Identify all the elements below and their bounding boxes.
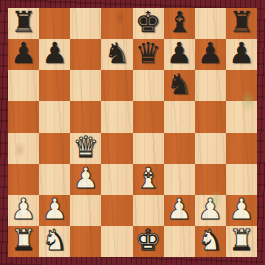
square-d6[interactable] xyxy=(101,70,132,101)
square-d1[interactable] xyxy=(101,226,132,257)
square-e3[interactable]: ♝ xyxy=(133,164,164,195)
square-f2[interactable]: ♟ xyxy=(164,195,195,226)
black-knight[interactable]: ♞ xyxy=(166,70,192,99)
square-f8[interactable]: ♝ xyxy=(164,8,195,39)
square-d5[interactable] xyxy=(101,101,132,132)
square-d2[interactable] xyxy=(101,195,132,226)
white-knight[interactable]: ♞ xyxy=(197,226,223,255)
square-g6[interactable] xyxy=(195,70,226,101)
square-b4[interactable] xyxy=(39,133,70,164)
square-g1[interactable]: ♞ xyxy=(195,226,226,257)
black-pawn[interactable]: ♟ xyxy=(166,39,192,68)
square-h1[interactable]: ♜ xyxy=(226,226,257,257)
square-h7[interactable]: ♟ xyxy=(226,39,257,70)
square-e2[interactable] xyxy=(133,195,164,226)
square-g4[interactable] xyxy=(195,133,226,164)
square-a2[interactable]: ♟ xyxy=(8,195,39,226)
square-a3[interactable] xyxy=(8,164,39,195)
square-e7[interactable]: ♛ xyxy=(133,39,164,70)
black-rook[interactable]: ♜ xyxy=(11,8,37,37)
square-a4[interactable] xyxy=(8,133,39,164)
square-d8[interactable] xyxy=(101,8,132,39)
square-h5[interactable] xyxy=(226,101,257,132)
chess-board-frame: ♜♚♝♜♟♟♞♛♟♟♟♞♛♟♝♟♟♟♟♟♜♞♚♞♜ xyxy=(0,0,265,265)
black-knight[interactable]: ♞ xyxy=(104,39,130,68)
square-d7[interactable]: ♞ xyxy=(101,39,132,70)
square-e1[interactable]: ♚ xyxy=(133,226,164,257)
black-pawn[interactable]: ♟ xyxy=(11,39,37,68)
square-e5[interactable] xyxy=(133,101,164,132)
white-knight[interactable]: ♞ xyxy=(42,226,68,255)
square-a8[interactable]: ♜ xyxy=(8,8,39,39)
square-f7[interactable]: ♟ xyxy=(164,39,195,70)
white-pawn[interactable]: ♟ xyxy=(197,195,223,224)
square-h2[interactable]: ♟ xyxy=(226,195,257,226)
white-queen[interactable]: ♛ xyxy=(73,133,99,162)
white-pawn[interactable]: ♟ xyxy=(166,195,192,224)
black-king[interactable]: ♚ xyxy=(135,8,161,37)
chess-board: ♜♚♝♜♟♟♞♛♟♟♟♞♛♟♝♟♟♟♟♟♜♞♚♞♜ xyxy=(8,8,257,257)
square-h4[interactable] xyxy=(226,133,257,164)
square-g2[interactable]: ♟ xyxy=(195,195,226,226)
white-pawn[interactable]: ♟ xyxy=(228,195,254,224)
square-c1[interactable] xyxy=(70,226,101,257)
square-b8[interactable] xyxy=(39,8,70,39)
square-b3[interactable] xyxy=(39,164,70,195)
square-f3[interactable] xyxy=(164,164,195,195)
square-g7[interactable]: ♟ xyxy=(195,39,226,70)
square-c5[interactable] xyxy=(70,101,101,132)
black-pawn[interactable]: ♟ xyxy=(228,39,254,68)
square-g3[interactable] xyxy=(195,164,226,195)
square-a7[interactable]: ♟ xyxy=(8,39,39,70)
square-c2[interactable] xyxy=(70,195,101,226)
square-c6[interactable] xyxy=(70,70,101,101)
square-a1[interactable]: ♜ xyxy=(8,226,39,257)
square-b7[interactable]: ♟ xyxy=(39,39,70,70)
white-bishop[interactable]: ♝ xyxy=(135,164,161,193)
square-e8[interactable]: ♚ xyxy=(133,8,164,39)
black-pawn[interactable]: ♟ xyxy=(42,39,68,68)
square-c7[interactable] xyxy=(70,39,101,70)
square-c4[interactable]: ♛ xyxy=(70,133,101,164)
white-pawn[interactable]: ♟ xyxy=(11,195,37,224)
square-g8[interactable] xyxy=(195,8,226,39)
black-rook[interactable]: ♜ xyxy=(228,8,254,37)
black-queen[interactable]: ♛ xyxy=(135,39,161,68)
white-king[interactable]: ♚ xyxy=(135,226,161,255)
square-f6[interactable]: ♞ xyxy=(164,70,195,101)
square-b2[interactable]: ♟ xyxy=(39,195,70,226)
square-h6[interactable] xyxy=(226,70,257,101)
square-f1[interactable] xyxy=(164,226,195,257)
square-d3[interactable] xyxy=(101,164,132,195)
black-pawn[interactable]: ♟ xyxy=(197,39,223,68)
square-f4[interactable] xyxy=(164,133,195,164)
square-b5[interactable] xyxy=(39,101,70,132)
square-d4[interactable] xyxy=(101,133,132,164)
black-bishop[interactable]: ♝ xyxy=(166,8,192,37)
square-a6[interactable] xyxy=(8,70,39,101)
square-a5[interactable] xyxy=(8,101,39,132)
square-b1[interactable]: ♞ xyxy=(39,226,70,257)
square-h8[interactable]: ♜ xyxy=(226,8,257,39)
square-e4[interactable] xyxy=(133,133,164,164)
white-rook[interactable]: ♜ xyxy=(11,226,37,255)
square-f5[interactable] xyxy=(164,101,195,132)
square-g5[interactable] xyxy=(195,101,226,132)
white-pawn[interactable]: ♟ xyxy=(42,195,68,224)
white-rook[interactable]: ♜ xyxy=(228,226,254,255)
square-c3[interactable]: ♟ xyxy=(70,164,101,195)
square-e6[interactable] xyxy=(133,70,164,101)
square-b6[interactable] xyxy=(39,70,70,101)
square-h3[interactable] xyxy=(226,164,257,195)
white-pawn[interactable]: ♟ xyxy=(73,164,99,193)
square-c8[interactable] xyxy=(70,8,101,39)
